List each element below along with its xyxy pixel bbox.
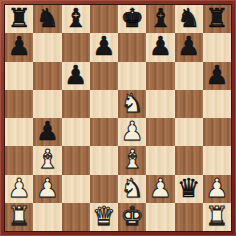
square-f6[interactable]	[146, 62, 174, 90]
square-d3[interactable]	[90, 146, 118, 174]
square-a3[interactable]	[5, 146, 33, 174]
piece-black-rook-a8[interactable]: ♜	[7, 5, 30, 31]
square-h1[interactable]: ♜	[203, 203, 231, 231]
square-c6[interactable]: ♟	[62, 62, 90, 90]
chess-board-frame: ♜♞♝♚♝♞♜♟♟♟♟♟♟♞♟♟♝♝♟♟♞♟♛♟♜♛♚♜	[0, 0, 236, 236]
square-h4[interactable]	[203, 118, 231, 146]
square-c2[interactable]	[62, 175, 90, 203]
square-d5[interactable]	[90, 90, 118, 118]
square-a5[interactable]	[5, 90, 33, 118]
square-b8[interactable]: ♞	[33, 5, 61, 33]
square-f8[interactable]: ♝	[146, 5, 174, 33]
square-f7[interactable]: ♟	[146, 33, 174, 61]
square-h2[interactable]: ♟	[203, 175, 231, 203]
square-h6[interactable]: ♟	[203, 62, 231, 90]
square-e1[interactable]: ♚	[118, 203, 146, 231]
square-g7[interactable]: ♟	[175, 33, 203, 61]
piece-black-pawn-a7[interactable]: ♟	[7, 33, 30, 59]
square-c8[interactable]: ♝	[62, 5, 90, 33]
piece-black-pawn-g7[interactable]: ♟	[177, 33, 200, 59]
piece-black-queen-g2[interactable]: ♛	[177, 175, 200, 201]
piece-white-knight-e5[interactable]: ♞	[120, 90, 143, 116]
square-f5[interactable]	[146, 90, 174, 118]
square-h7[interactable]	[203, 33, 231, 61]
square-e7[interactable]	[118, 33, 146, 61]
square-d6[interactable]	[90, 62, 118, 90]
square-h3[interactable]	[203, 146, 231, 174]
piece-white-king-e1[interactable]: ♚	[120, 203, 143, 229]
square-f2[interactable]: ♟	[146, 175, 174, 203]
square-f1[interactable]	[146, 203, 174, 231]
square-b6[interactable]	[33, 62, 61, 90]
square-b7[interactable]	[33, 33, 61, 61]
piece-white-bishop-b3[interactable]: ♝	[36, 146, 59, 172]
square-c3[interactable]	[62, 146, 90, 174]
piece-white-queen-d1[interactable]: ♛	[92, 203, 115, 229]
square-b5[interactable]	[33, 90, 61, 118]
square-b2[interactable]: ♟	[33, 175, 61, 203]
piece-black-pawn-c6[interactable]: ♟	[64, 62, 87, 88]
square-d4[interactable]	[90, 118, 118, 146]
piece-white-pawn-e4[interactable]: ♟	[120, 118, 143, 144]
piece-white-knight-e2[interactable]: ♞	[120, 175, 143, 201]
square-g6[interactable]	[175, 62, 203, 90]
piece-white-pawn-h2[interactable]: ♟	[205, 175, 228, 201]
piece-white-pawn-a2[interactable]: ♟	[7, 175, 30, 201]
square-b4[interactable]: ♟	[33, 118, 61, 146]
piece-white-pawn-b2[interactable]: ♟	[36, 175, 59, 201]
square-e4[interactable]: ♟	[118, 118, 146, 146]
square-a2[interactable]: ♟	[5, 175, 33, 203]
square-h5[interactable]	[203, 90, 231, 118]
square-g5[interactable]	[175, 90, 203, 118]
square-a1[interactable]: ♜	[5, 203, 33, 231]
square-h8[interactable]: ♜	[203, 5, 231, 33]
square-g8[interactable]: ♞	[175, 5, 203, 33]
square-a6[interactable]	[5, 62, 33, 90]
chess-board: ♜♞♝♚♝♞♜♟♟♟♟♟♟♞♟♟♝♝♟♟♞♟♛♟♜♛♚♜	[5, 5, 231, 231]
square-e6[interactable]	[118, 62, 146, 90]
square-e2[interactable]: ♞	[118, 175, 146, 203]
piece-white-bishop-e3[interactable]: ♝	[120, 146, 143, 172]
piece-black-king-e8[interactable]: ♚	[120, 5, 143, 31]
square-b3[interactable]: ♝	[33, 146, 61, 174]
piece-black-pawn-h6[interactable]: ♟	[205, 62, 228, 88]
piece-black-knight-b8[interactable]: ♞	[36, 5, 59, 31]
piece-black-knight-g8[interactable]: ♞	[177, 5, 200, 31]
square-e8[interactable]: ♚	[118, 5, 146, 33]
square-g3[interactable]	[175, 146, 203, 174]
square-d7[interactable]: ♟	[90, 33, 118, 61]
piece-black-bishop-f8[interactable]: ♝	[149, 5, 172, 31]
square-f4[interactable]	[146, 118, 174, 146]
piece-white-pawn-f2[interactable]: ♟	[149, 175, 172, 201]
square-c4[interactable]	[62, 118, 90, 146]
piece-black-pawn-d7[interactable]: ♟	[92, 33, 115, 59]
square-d2[interactable]	[90, 175, 118, 203]
square-c7[interactable]	[62, 33, 90, 61]
square-a7[interactable]: ♟	[5, 33, 33, 61]
square-g1[interactable]	[175, 203, 203, 231]
square-a8[interactable]: ♜	[5, 5, 33, 33]
piece-black-pawn-f7[interactable]: ♟	[149, 33, 172, 59]
square-f3[interactable]	[146, 146, 174, 174]
square-c1[interactable]	[62, 203, 90, 231]
square-g4[interactable]	[175, 118, 203, 146]
square-e3[interactable]: ♝	[118, 146, 146, 174]
square-g2[interactable]: ♛	[175, 175, 203, 203]
piece-white-rook-a1[interactable]: ♜	[7, 203, 30, 229]
piece-black-rook-h8[interactable]: ♜	[205, 5, 228, 31]
piece-black-pawn-b4[interactable]: ♟	[36, 118, 59, 144]
square-d1[interactable]: ♛	[90, 203, 118, 231]
piece-black-bishop-c8[interactable]: ♝	[64, 5, 87, 31]
piece-white-rook-h1[interactable]: ♜	[205, 203, 228, 229]
square-d8[interactable]	[90, 5, 118, 33]
square-c5[interactable]	[62, 90, 90, 118]
square-e5[interactable]: ♞	[118, 90, 146, 118]
square-b1[interactable]	[33, 203, 61, 231]
square-a4[interactable]	[5, 118, 33, 146]
